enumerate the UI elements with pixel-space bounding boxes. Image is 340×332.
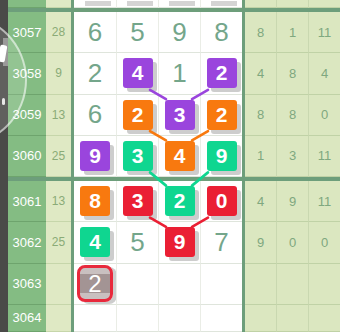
digit-cell: 3	[116, 181, 158, 222]
digit-tile-orange: 8	[80, 186, 110, 216]
stat-cell: 8	[245, 12, 276, 53]
digit-sum	[46, 264, 71, 305]
stat-cell: 9	[245, 222, 276, 263]
digit-tile-purple: 3	[165, 100, 195, 130]
digit-cell	[116, 264, 158, 305]
digit-cell: 9	[200, 136, 242, 177]
digit-cell: 7	[200, 222, 242, 263]
digit-cell: 6	[74, 95, 116, 136]
digit-cell: 9	[158, 222, 200, 263]
digit-tile-orange: 4	[165, 141, 195, 171]
digit-cell	[74, 305, 116, 332]
stat-cell	[245, 305, 276, 332]
lottery-chart-screen: 3057286598811130589241248430591362328803…	[0, 0, 340, 332]
digit-cell	[158, 305, 200, 332]
stat-cell	[308, 264, 340, 305]
stat-cell: 3	[276, 136, 308, 177]
left-drawer-edge[interactable]	[0, 0, 8, 332]
draw-row: 30572865988111	[8, 12, 340, 53]
stat-cell	[308, 305, 340, 332]
digit-cell: 4	[116, 53, 158, 94]
stat-cell	[308, 0, 340, 8]
stat-cell: 11	[308, 136, 340, 177]
digit-cell: 1	[158, 53, 200, 94]
digit-tile-red: 3	[123, 186, 153, 216]
stat-cell: 9	[276, 181, 308, 222]
digit-cell: 8	[74, 181, 116, 222]
digit-cell: 3	[158, 95, 200, 136]
draw-number: 3063	[8, 264, 46, 305]
digit-tile-purple: 2	[207, 58, 237, 88]
clipped-tile-shadow	[211, 1, 237, 6]
draw-row: 305892412484	[8, 53, 340, 94]
digit-reel-selector[interactable]: 2	[77, 265, 113, 302]
stat-cell	[245, 264, 276, 305]
draw-number: 3061	[8, 181, 46, 222]
digit-cell: 9	[74, 136, 116, 177]
digit-cell	[200, 305, 242, 332]
digit-cell: 2	[74, 264, 116, 305]
digit-tile-orange: 2	[207, 100, 237, 130]
stat-cell	[245, 0, 276, 8]
digit-tile-red: 9	[165, 227, 195, 257]
stat-cell	[276, 305, 308, 332]
digit-tile-purple: 9	[80, 141, 110, 171]
digit-cell: 2	[158, 181, 200, 222]
digit-cell: 4	[158, 136, 200, 177]
clipped-tile-shadow	[85, 1, 111, 6]
stat-cell: 4	[245, 181, 276, 222]
digit-tile-orange: 2	[123, 100, 153, 130]
digit-sum: 13	[46, 95, 71, 136]
digit-cell: 8	[200, 12, 242, 53]
draw-row: 30632	[8, 264, 340, 305]
clipped-tile-shadow	[127, 1, 153, 6]
digit-cell: 9	[158, 12, 200, 53]
draw-number	[8, 0, 46, 8]
draw-row: 30611383204911	[8, 181, 340, 222]
digit-cell: 2	[74, 53, 116, 94]
digit-tile-green: 4	[80, 227, 110, 257]
digit-tile-green: 9	[207, 141, 237, 171]
digit-tile-green: 2	[165, 186, 195, 216]
digit-tile-red: 0	[207, 186, 237, 216]
digit-tile-green: 3	[123, 141, 153, 171]
digit-cell: 3	[116, 136, 158, 177]
draw-number: 3064	[8, 305, 46, 332]
digit-cell	[116, 305, 158, 332]
stat-cell	[276, 264, 308, 305]
stat-cell: 0	[308, 95, 340, 136]
digit-sum: 9	[46, 53, 71, 94]
draw-number: 3062	[8, 222, 46, 263]
draw-row: 3059136232880	[8, 95, 340, 136]
digit-cell: 0	[200, 181, 242, 222]
draw-row: 3062254597900	[8, 222, 340, 263]
digit-cell: 5	[116, 222, 158, 263]
stat-cell: 11	[308, 12, 340, 53]
stat-cell: 8	[245, 95, 276, 136]
draw-number: 3057	[8, 12, 46, 53]
digit-cell: 2	[200, 53, 242, 94]
digit-sum	[46, 0, 71, 8]
draw-history-table: 3057286598811130589241248430591362328803…	[8, 0, 340, 332]
digit-sum: 25	[46, 222, 71, 263]
digit-cell: 4	[74, 222, 116, 263]
stat-cell: 0	[308, 222, 340, 263]
draw-row: 30602593491311	[8, 136, 340, 177]
digit-cell: 6	[74, 12, 116, 53]
stat-cell: 4	[308, 53, 340, 94]
stat-cell: 8	[276, 95, 308, 136]
digit-cell	[158, 264, 200, 305]
draw-number: 3059	[8, 95, 46, 136]
digit-cell: 2	[116, 95, 158, 136]
draw-number: 3058	[8, 53, 46, 94]
stat-cell: 0	[276, 222, 308, 263]
digit-sum	[46, 305, 71, 332]
stat-cell: 11	[308, 181, 340, 222]
digit-cell: 5	[116, 12, 158, 53]
digit-sum: 13	[46, 181, 71, 222]
digit-sum: 25	[46, 136, 71, 177]
stat-cell: 8	[276, 53, 308, 94]
stat-cell: 4	[245, 53, 276, 94]
stat-cell	[276, 0, 308, 8]
draw-number: 3060	[8, 136, 46, 177]
stat-cell: 1	[276, 12, 308, 53]
digit-cell: 2	[200, 95, 242, 136]
drawer-dash-icon	[2, 98, 5, 105]
digit-sum: 28	[46, 12, 71, 53]
digit-tile-purple: 4	[123, 58, 153, 88]
digit-cell	[200, 264, 242, 305]
draw-row: 3064	[8, 305, 340, 332]
clipped-tile-shadow	[169, 1, 195, 6]
stat-cell: 1	[245, 136, 276, 177]
